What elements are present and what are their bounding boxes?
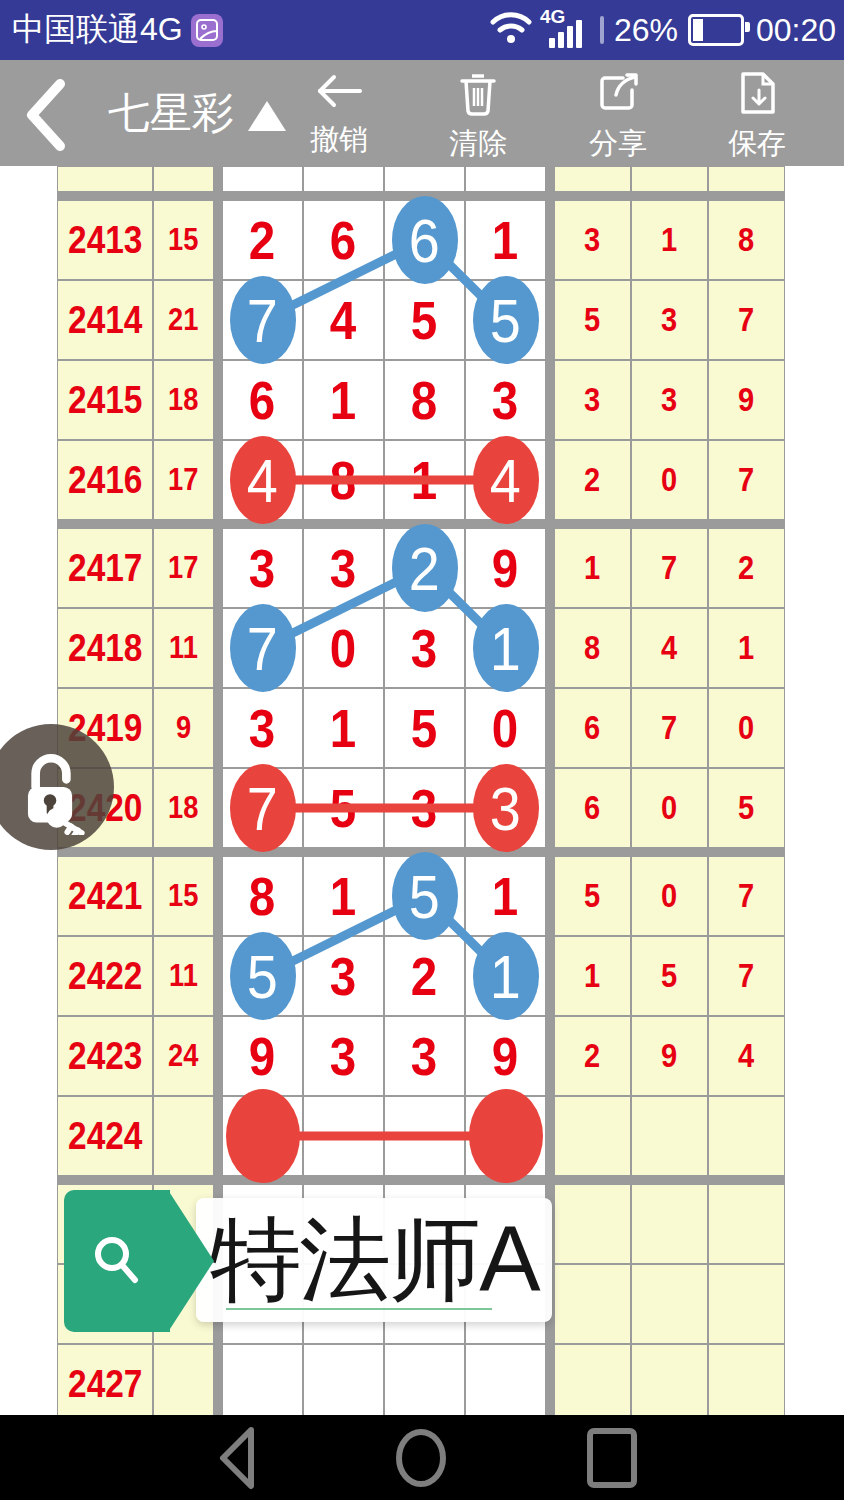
table-row: 24161781207 bbox=[57, 440, 785, 520]
digit-cell: 6 bbox=[303, 200, 384, 280]
table-partial-row bbox=[57, 166, 785, 192]
digit-cell: 6 bbox=[222, 360, 303, 440]
extra-cell: 5 bbox=[631, 936, 708, 1016]
circled-digit: 6 bbox=[392, 196, 458, 284]
issue-cell: 2416 bbox=[57, 440, 153, 520]
issue-cell: 2415 bbox=[57, 360, 153, 440]
battery-icon bbox=[688, 14, 744, 46]
clock-label: 00:20 bbox=[756, 12, 836, 49]
circled-digit: 4 bbox=[230, 436, 296, 524]
group-divider bbox=[546, 1096, 554, 1176]
trash-icon bbox=[454, 68, 502, 118]
table-row: 2424 bbox=[57, 1096, 785, 1176]
extra-cell: 6 bbox=[554, 768, 631, 848]
extra-cell: 0 bbox=[631, 856, 708, 936]
digit-cell: 1 bbox=[303, 360, 384, 440]
group-divider bbox=[214, 608, 222, 688]
digit-cell: 4 bbox=[303, 280, 384, 360]
group-divider bbox=[546, 280, 554, 360]
extra-cell bbox=[631, 1264, 708, 1344]
digit-cell bbox=[222, 1344, 303, 1424]
issue-cell: 2418 bbox=[57, 608, 153, 688]
digit-cell: 8 bbox=[384, 360, 465, 440]
group-divider bbox=[546, 1016, 554, 1096]
circled-digit: 7 bbox=[230, 276, 296, 364]
extra-cell: 0 bbox=[708, 688, 785, 768]
group-divider bbox=[546, 166, 554, 192]
table-row: 24181103841 bbox=[57, 608, 785, 688]
group-divider bbox=[214, 280, 222, 360]
digit-cell: 2 bbox=[222, 200, 303, 280]
group-divider bbox=[214, 688, 222, 768]
digit-cell: 1 bbox=[465, 856, 546, 936]
search-icon bbox=[85, 1229, 149, 1293]
sum-cell: 11 bbox=[153, 936, 214, 1016]
circled-digit: 4 bbox=[473, 436, 539, 524]
group-divider bbox=[546, 200, 554, 280]
issue-cell: 2422 bbox=[57, 936, 153, 1016]
digit-cell: 9 bbox=[465, 1016, 546, 1096]
back-button[interactable] bbox=[22, 78, 68, 156]
digit-cell: 3 bbox=[384, 768, 465, 848]
digit-cell: 9 bbox=[465, 528, 546, 608]
digit-cell bbox=[303, 1344, 384, 1424]
sum-cell: 24 bbox=[153, 1016, 214, 1096]
table-row: 2423249339294 bbox=[57, 1016, 785, 1096]
undo-arrow-icon bbox=[312, 68, 366, 114]
group-divider bbox=[546, 440, 554, 520]
circled-digit: 1 bbox=[473, 604, 539, 692]
extra-cell: 1 bbox=[554, 936, 631, 1016]
digit-cell bbox=[384, 166, 465, 192]
digit-cell bbox=[384, 1096, 465, 1176]
back-triangle-icon bbox=[215, 1424, 259, 1492]
extra-cell bbox=[708, 1184, 785, 1264]
circled-digit: 3 bbox=[473, 764, 539, 852]
issue-cell: 2423 bbox=[57, 1016, 153, 1096]
clear-button[interactable]: 清除 bbox=[418, 68, 538, 164]
extra-cell: 3 bbox=[631, 360, 708, 440]
digit-cell: 5 bbox=[384, 688, 465, 768]
group-divider bbox=[546, 360, 554, 440]
circled-digit: 7 bbox=[230, 764, 296, 852]
extra-cell bbox=[708, 166, 785, 192]
sum-cell: 15 bbox=[153, 200, 214, 280]
carrier-label: 中国联通4G bbox=[12, 8, 183, 52]
circled-digit: 5 bbox=[473, 276, 539, 364]
marker-circle bbox=[226, 1089, 300, 1183]
circled-digit: 7 bbox=[230, 604, 296, 692]
recents-square-icon bbox=[584, 1425, 640, 1491]
watermark-label: 特法师A bbox=[209, 1198, 538, 1322]
extra-cell: 1 bbox=[631, 200, 708, 280]
android-nav-bar bbox=[0, 1415, 844, 1500]
extra-cell: 2 bbox=[708, 528, 785, 608]
digit-cell bbox=[465, 1344, 546, 1424]
digit-cell: 0 bbox=[303, 608, 384, 688]
circled-digit: 2 bbox=[392, 524, 458, 612]
extra-cell: 7 bbox=[631, 688, 708, 768]
digit-cell: 3 bbox=[384, 608, 465, 688]
toolbar: 七星彩 撤销 清除 分享 保存 bbox=[0, 60, 844, 166]
extra-cell bbox=[708, 1344, 785, 1424]
extra-cell: 2 bbox=[554, 440, 631, 520]
digit-cell: 3 bbox=[222, 688, 303, 768]
extra-cell: 3 bbox=[631, 280, 708, 360]
group-divider bbox=[546, 1344, 554, 1424]
page-title: 七星彩 bbox=[108, 85, 234, 141]
group-divider bbox=[546, 608, 554, 688]
extra-cell: 7 bbox=[708, 936, 785, 1016]
digit-cell: 3 bbox=[303, 1016, 384, 1096]
extra-cell bbox=[554, 1344, 631, 1424]
extra-cell bbox=[708, 1264, 785, 1344]
extra-cell: 5 bbox=[708, 768, 785, 848]
group-divider bbox=[546, 936, 554, 1016]
digit-cell: 8 bbox=[222, 856, 303, 936]
digit-cell: 8 bbox=[303, 440, 384, 520]
table-row: 2415186183339 bbox=[57, 360, 785, 440]
extra-cell: 5 bbox=[554, 856, 631, 936]
digit-cell: 1 bbox=[384, 440, 465, 520]
circled-digit: 1 bbox=[473, 932, 539, 1020]
padlock-key-icon bbox=[3, 739, 99, 835]
digit-cell: 9 bbox=[222, 1016, 303, 1096]
extra-cell bbox=[631, 1184, 708, 1264]
issue-cell: 2414 bbox=[57, 280, 153, 360]
digit-cell: 1 bbox=[303, 688, 384, 768]
digit-cell: 2 bbox=[384, 936, 465, 1016]
group-divider bbox=[546, 856, 554, 936]
digit-cell: 3 bbox=[384, 1016, 465, 1096]
extra-cell: 0 bbox=[631, 768, 708, 848]
sum-cell: 9 bbox=[153, 688, 214, 768]
digit-cell: 1 bbox=[465, 200, 546, 280]
extra-cell: 1 bbox=[554, 528, 631, 608]
sum-cell: 18 bbox=[153, 360, 214, 440]
digit-cell bbox=[384, 1344, 465, 1424]
group-divider bbox=[214, 1344, 222, 1424]
group-divider bbox=[214, 440, 222, 520]
table-row: 241993150670 bbox=[57, 688, 785, 768]
extra-cell bbox=[554, 166, 631, 192]
nav-recents-button[interactable] bbox=[582, 1415, 642, 1500]
extra-cell: 3 bbox=[554, 200, 631, 280]
battery-percent-label: 26% bbox=[614, 12, 678, 49]
watermark-underline bbox=[226, 1308, 492, 1310]
table-row: 24142145537 bbox=[57, 280, 785, 360]
share-button[interactable]: 分享 bbox=[558, 68, 678, 164]
group-divider bbox=[214, 768, 222, 848]
issue-cell: 2421 bbox=[57, 856, 153, 936]
digit-cell bbox=[303, 166, 384, 192]
signal-strength-icon: 4G bbox=[540, 8, 592, 52]
undo-button[interactable]: 撤销 bbox=[279, 68, 399, 160]
issue-cell: 2417 bbox=[57, 528, 153, 608]
extra-cell: 5 bbox=[554, 280, 631, 360]
lock-overlay-button[interactable] bbox=[0, 724, 114, 850]
search-tag[interactable] bbox=[64, 1190, 170, 1332]
extra-cell bbox=[554, 1096, 631, 1176]
extra-cell: 4 bbox=[708, 1016, 785, 1096]
extra-cell: 8 bbox=[708, 200, 785, 280]
digit-cell: 1 bbox=[303, 856, 384, 936]
extra-cell bbox=[554, 1264, 631, 1344]
sum-cell bbox=[153, 1096, 214, 1176]
search-tag-arrow bbox=[168, 1190, 214, 1332]
nav-back-button[interactable] bbox=[207, 1415, 267, 1500]
extra-cell: 6 bbox=[554, 688, 631, 768]
extra-cell: 2 bbox=[554, 1016, 631, 1096]
group-divider bbox=[214, 856, 222, 936]
group-divider bbox=[546, 768, 554, 848]
save-file-icon bbox=[735, 68, 779, 118]
digit-cell: 3 bbox=[303, 936, 384, 1016]
screenshot-icon bbox=[191, 14, 223, 47]
issue-cell: 2413 bbox=[57, 200, 153, 280]
table-row: 2427 bbox=[57, 1344, 785, 1424]
group-divider bbox=[546, 688, 554, 768]
digit-cell: 5 bbox=[303, 768, 384, 848]
nav-home-button[interactable] bbox=[391, 1415, 451, 1500]
sum-cell: 11 bbox=[153, 608, 214, 688]
group-divider bbox=[214, 936, 222, 1016]
sum-cell: 17 bbox=[153, 440, 214, 520]
status-divider bbox=[600, 16, 604, 44]
group-divider bbox=[214, 1016, 222, 1096]
marker-circle bbox=[469, 1089, 543, 1183]
extra-cell bbox=[631, 1344, 708, 1424]
extra-cell: 0 bbox=[631, 440, 708, 520]
group-divider bbox=[214, 200, 222, 280]
circled-digit: 5 bbox=[392, 852, 458, 940]
home-circle-icon bbox=[393, 1424, 449, 1492]
group-divider bbox=[214, 528, 222, 608]
extra-cell: 7 bbox=[708, 280, 785, 360]
extra-cell: 9 bbox=[708, 360, 785, 440]
issue-cell bbox=[57, 166, 153, 192]
status-bar: 中国联通4G 4G 26% 00:20 bbox=[0, 0, 844, 60]
digit-cell: 3 bbox=[303, 528, 384, 608]
sum-cell: 17 bbox=[153, 528, 214, 608]
group-divider bbox=[214, 1096, 222, 1176]
table-row: 24201853605 bbox=[57, 768, 785, 848]
extra-cell: 7 bbox=[708, 440, 785, 520]
extra-cell: 4 bbox=[631, 608, 708, 688]
sum-cell bbox=[153, 166, 214, 192]
digit-cell: 0 bbox=[465, 688, 546, 768]
game-title-dropdown[interactable]: 七星彩 bbox=[108, 60, 286, 166]
group-divider bbox=[57, 1176, 785, 1184]
extra-cell bbox=[631, 166, 708, 192]
wifi-icon bbox=[488, 7, 534, 53]
circled-digit: 5 bbox=[230, 932, 296, 1020]
sum-cell: 15 bbox=[153, 856, 214, 936]
sum-cell bbox=[153, 1344, 214, 1424]
extra-cell: 8 bbox=[554, 608, 631, 688]
extra-cell bbox=[708, 1096, 785, 1176]
extra-cell: 7 bbox=[708, 856, 785, 936]
share-icon bbox=[593, 68, 643, 118]
group-divider bbox=[546, 528, 554, 608]
issue-cell: 2424 bbox=[57, 1096, 153, 1176]
extra-cell bbox=[631, 1096, 708, 1176]
digit-cell bbox=[465, 166, 546, 192]
sum-cell: 18 bbox=[153, 768, 214, 848]
sum-cell: 21 bbox=[153, 280, 214, 360]
group-divider bbox=[214, 360, 222, 440]
digit-cell bbox=[222, 166, 303, 192]
group-divider bbox=[214, 166, 222, 192]
extra-cell: 3 bbox=[554, 360, 631, 440]
digit-cell: 5 bbox=[384, 280, 465, 360]
digit-cell: 3 bbox=[222, 528, 303, 608]
digit-cell bbox=[303, 1096, 384, 1176]
issue-cell: 2427 bbox=[57, 1344, 153, 1424]
watermark-banner: 特法师A bbox=[196, 1198, 552, 1322]
extra-cell: 7 bbox=[631, 528, 708, 608]
extra-cell: 9 bbox=[631, 1016, 708, 1096]
save-button[interactable]: 保存 bbox=[697, 68, 817, 164]
extra-cell bbox=[554, 1184, 631, 1264]
digit-cell: 3 bbox=[465, 360, 546, 440]
table-row: 24221132157 bbox=[57, 936, 785, 1016]
extra-cell: 1 bbox=[708, 608, 785, 688]
